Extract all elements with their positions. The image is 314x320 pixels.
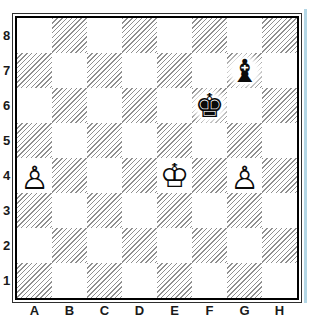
square-c1[interactable] [87,263,122,298]
square-h2[interactable] [262,228,297,263]
black-king-icon: ♚ [192,88,227,123]
square-c8[interactable] [87,18,122,53]
file-label-a: A [17,302,52,319]
square-a5[interactable] [17,123,52,158]
square-b2[interactable] [52,228,87,263]
square-f8[interactable] [192,18,227,53]
square-f4[interactable] [192,158,227,193]
square-c7[interactable] [87,53,122,88]
square-f1[interactable] [192,263,227,298]
square-a1[interactable] [17,263,52,298]
square-b4[interactable] [52,158,87,193]
scan-edge-artifact [304,9,307,303]
square-a3[interactable] [17,193,52,228]
square-g5[interactable] [227,123,262,158]
file-label-b: B [52,302,87,319]
square-g4[interactable]: ♙ [227,158,262,193]
square-b1[interactable] [52,263,87,298]
square-g3[interactable] [227,193,262,228]
file-label-f: F [192,302,227,319]
file-label-g: G [227,302,262,319]
square-h5[interactable] [262,123,297,158]
file-label-d: D [122,302,157,319]
square-d7[interactable] [122,53,157,88]
square-d8[interactable] [122,18,157,53]
square-b8[interactable] [52,18,87,53]
white-pawn-icon: ♙ [227,158,262,195]
square-g1[interactable] [227,263,262,298]
chess-diagram-scan: 87654321 ♝♚♙♔♙ ABCDEFGH [0,0,314,320]
square-e7[interactable] [157,53,192,88]
file-label-e: E [157,302,192,319]
square-b3[interactable] [52,193,87,228]
white-king-icon: ♔ [157,158,192,193]
square-f6[interactable]: ♚ [192,88,227,123]
file-label-h: H [262,302,297,319]
square-f3[interactable] [192,193,227,228]
square-c2[interactable] [87,228,122,263]
white-pawn-icon: ♙ [17,158,52,195]
square-f7[interactable] [192,53,227,88]
square-g8[interactable] [227,18,262,53]
square-d5[interactable] [122,123,157,158]
square-d2[interactable] [122,228,157,263]
square-g2[interactable] [227,228,262,263]
square-b7[interactable] [52,53,87,88]
chess-board: ♝♚♙♔♙ [17,18,297,298]
square-e1[interactable] [157,263,192,298]
square-d1[interactable] [122,263,157,298]
square-g7[interactable]: ♝ [227,53,262,88]
square-d6[interactable] [122,88,157,123]
square-d3[interactable] [122,193,157,228]
square-e8[interactable] [157,18,192,53]
square-b5[interactable] [52,123,87,158]
square-a2[interactable] [17,228,52,263]
square-h4[interactable] [262,158,297,193]
square-c5[interactable] [87,123,122,158]
square-g6[interactable] [227,88,262,123]
square-e3[interactable] [157,193,192,228]
square-d4[interactable] [122,158,157,193]
black-bishop-icon: ♝ [227,53,262,88]
square-h6[interactable] [262,88,297,123]
square-e6[interactable] [157,88,192,123]
square-c3[interactable] [87,193,122,228]
board-border: ♝♚♙♔♙ [15,16,299,300]
file-label-c: C [87,302,122,319]
square-e4[interactable]: ♔ [157,158,192,193]
square-h7[interactable] [262,53,297,88]
square-h8[interactable] [262,18,297,53]
square-h3[interactable] [262,193,297,228]
square-c6[interactable] [87,88,122,123]
square-f5[interactable] [192,123,227,158]
board-frame: ♝♚♙♔♙ [12,13,302,303]
square-a7[interactable] [17,53,52,88]
square-f2[interactable] [192,228,227,263]
square-a6[interactable] [17,88,52,123]
square-e2[interactable] [157,228,192,263]
square-b6[interactable] [52,88,87,123]
square-a4[interactable]: ♙ [17,158,52,193]
square-e5[interactable] [157,123,192,158]
square-c4[interactable] [87,158,122,193]
file-labels: ABCDEFGH [17,302,297,319]
square-h1[interactable] [262,263,297,298]
square-a8[interactable] [17,18,52,53]
